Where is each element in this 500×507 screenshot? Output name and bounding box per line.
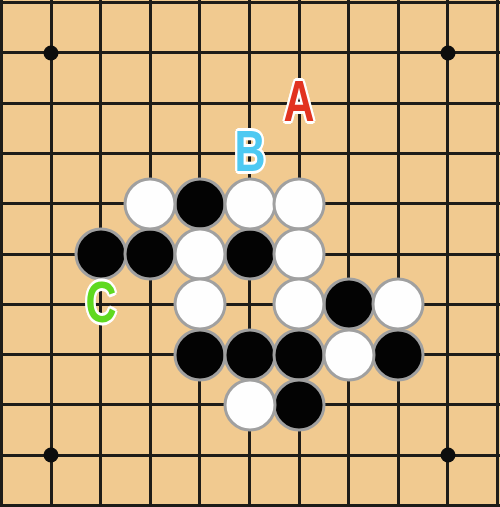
white-stone bbox=[322, 328, 375, 381]
white-stone bbox=[273, 177, 326, 230]
intersection-c7-r2[interactable] bbox=[324, 78, 373, 128]
move-label-b[interactable]: B bbox=[234, 122, 265, 180]
go-board: ABC bbox=[0, 0, 500, 507]
intersection-c7-r0[interactable] bbox=[324, 0, 373, 28]
intersection-c0-r9[interactable] bbox=[0, 430, 26, 480]
intersection-c5-r10[interactable] bbox=[225, 481, 274, 507]
black-stone bbox=[124, 228, 177, 281]
intersection-c1-r9[interactable] bbox=[27, 430, 76, 480]
intersection-c1-r0[interactable] bbox=[27, 0, 76, 28]
intersection-c0-r7[interactable] bbox=[0, 330, 26, 380]
intersection-c2-r4[interactable] bbox=[76, 179, 125, 229]
black-stone bbox=[273, 378, 326, 431]
intersection-c9-r3[interactable] bbox=[423, 128, 472, 178]
intersection-c8-r0[interactable] bbox=[374, 0, 423, 28]
intersection-c0-r2[interactable] bbox=[0, 78, 26, 128]
intersection-c9-r5[interactable] bbox=[423, 229, 472, 279]
intersection-c3-r3[interactable] bbox=[126, 128, 175, 178]
intersection-c7-r4[interactable] bbox=[324, 179, 373, 229]
intersection-c0-r10[interactable] bbox=[0, 481, 26, 507]
intersection-c0-r3[interactable] bbox=[0, 128, 26, 178]
intersection-c2-r2[interactable] bbox=[76, 78, 125, 128]
intersection-c3-r9[interactable] bbox=[126, 430, 175, 480]
intersection-c0-r4[interactable] bbox=[0, 179, 26, 229]
intersection-c3-r6[interactable] bbox=[126, 279, 175, 329]
intersection-c10-r2[interactable] bbox=[473, 78, 500, 128]
intersection-c10-r0[interactable] bbox=[473, 0, 500, 28]
intersection-c8-r3[interactable] bbox=[374, 128, 423, 178]
intersection-c9-r7[interactable] bbox=[423, 330, 472, 380]
intersection-c3-r0[interactable] bbox=[126, 0, 175, 28]
intersection-c7-r8[interactable] bbox=[324, 380, 373, 430]
intersection-c8-r2[interactable] bbox=[374, 78, 423, 128]
intersection-c10-r4[interactable] bbox=[473, 179, 500, 229]
intersection-c8-r5[interactable] bbox=[374, 229, 423, 279]
white-stone bbox=[124, 177, 177, 230]
intersection-c2-r10[interactable] bbox=[76, 481, 125, 507]
black-stone bbox=[223, 328, 276, 381]
white-stone bbox=[223, 177, 276, 230]
intersection-c0-r5[interactable] bbox=[0, 229, 26, 279]
intersection-c10-r9[interactable] bbox=[473, 430, 500, 480]
intersection-c7-r1[interactable] bbox=[324, 28, 373, 78]
intersection-c6-r10[interactable] bbox=[275, 481, 324, 507]
intersection-c0-r1[interactable] bbox=[0, 28, 26, 78]
intersection-c2-r3[interactable] bbox=[76, 128, 125, 178]
intersection-c10-r7[interactable] bbox=[473, 330, 500, 380]
intersection-c2-r9[interactable] bbox=[76, 430, 125, 480]
intersection-c6-r3[interactable] bbox=[275, 128, 324, 178]
intersection-c4-r10[interactable] bbox=[175, 481, 224, 507]
white-stone bbox=[223, 378, 276, 431]
intersection-c5-r9[interactable] bbox=[225, 430, 274, 480]
intersection-c7-r9[interactable] bbox=[324, 430, 373, 480]
intersection-c4-r0[interactable] bbox=[175, 0, 224, 28]
intersection-c1-r2[interactable] bbox=[27, 78, 76, 128]
intersection-c0-r6[interactable] bbox=[0, 279, 26, 329]
intersection-c2-r0[interactable] bbox=[76, 0, 125, 28]
intersection-c4-r8[interactable] bbox=[175, 380, 224, 430]
intersection-c8-r10[interactable] bbox=[374, 481, 423, 507]
intersection-c9-r9[interactable] bbox=[423, 430, 472, 480]
intersection-c7-r5[interactable] bbox=[324, 229, 373, 279]
intersection-c6-r9[interactable] bbox=[275, 430, 324, 480]
intersection-c4-r9[interactable] bbox=[175, 430, 224, 480]
intersection-c3-r7[interactable] bbox=[126, 330, 175, 380]
black-stone bbox=[173, 177, 226, 230]
intersection-c9-r8[interactable] bbox=[423, 380, 472, 430]
intersection-c1-r5[interactable] bbox=[27, 229, 76, 279]
intersection-c4-r2[interactable] bbox=[175, 78, 224, 128]
intersection-c10-r5[interactable] bbox=[473, 229, 500, 279]
intersection-c9-r1[interactable] bbox=[423, 28, 472, 78]
intersection-c9-r4[interactable] bbox=[423, 179, 472, 229]
intersection-c3-r1[interactable] bbox=[126, 28, 175, 78]
white-stone bbox=[372, 278, 425, 331]
intersection-c3-r10[interactable] bbox=[126, 481, 175, 507]
intersection-c10-r1[interactable] bbox=[473, 28, 500, 78]
white-stone bbox=[173, 228, 226, 281]
intersection-c1-r1[interactable] bbox=[27, 28, 76, 78]
intersection-c6-r0[interactable] bbox=[275, 0, 324, 28]
intersection-c10-r6[interactable] bbox=[473, 279, 500, 329]
intersection-c9-r2[interactable] bbox=[423, 78, 472, 128]
intersection-c0-r8[interactable] bbox=[0, 380, 26, 430]
black-stone bbox=[322, 278, 375, 331]
intersection-c3-r8[interactable] bbox=[126, 380, 175, 430]
intersection-c5-r0[interactable] bbox=[225, 0, 274, 28]
intersection-c9-r6[interactable] bbox=[423, 279, 472, 329]
white-stone bbox=[173, 278, 226, 331]
black-stone bbox=[273, 328, 326, 381]
black-stone bbox=[173, 328, 226, 381]
intersection-c4-r3[interactable] bbox=[175, 128, 224, 178]
move-label-a[interactable]: A bbox=[284, 72, 315, 130]
intersection-c9-r10[interactable] bbox=[423, 481, 472, 507]
white-stone bbox=[273, 228, 326, 281]
intersection-c3-r2[interactable] bbox=[126, 78, 175, 128]
intersection-c5-r1[interactable] bbox=[225, 28, 274, 78]
black-stone bbox=[223, 228, 276, 281]
intersection-c8-r9[interactable] bbox=[374, 430, 423, 480]
intersection-c1-r8[interactable] bbox=[27, 380, 76, 430]
intersection-c9-r0[interactable] bbox=[423, 0, 472, 28]
intersection-c1-r4[interactable] bbox=[27, 179, 76, 229]
intersection-c1-r10[interactable] bbox=[27, 481, 76, 507]
intersection-c2-r1[interactable] bbox=[76, 28, 125, 78]
intersection-c1-r6[interactable] bbox=[27, 279, 76, 329]
intersection-c2-r7[interactable] bbox=[76, 330, 125, 380]
intersection-c8-r4[interactable] bbox=[374, 179, 423, 229]
intersection-c1-r7[interactable] bbox=[27, 330, 76, 380]
intersection-c7-r10[interactable] bbox=[324, 481, 373, 507]
white-stone bbox=[273, 278, 326, 331]
intersection-c2-r8[interactable] bbox=[76, 380, 125, 430]
move-label-c[interactable]: C bbox=[85, 273, 116, 331]
black-stone bbox=[372, 328, 425, 381]
intersection-c8-r8[interactable] bbox=[374, 380, 423, 430]
intersection-c5-r6[interactable] bbox=[225, 279, 274, 329]
intersection-c10-r10[interactable] bbox=[473, 481, 500, 507]
intersection-c10-r3[interactable] bbox=[473, 128, 500, 178]
intersection-c8-r1[interactable] bbox=[374, 28, 423, 78]
intersection-c7-r3[interactable] bbox=[324, 128, 373, 178]
intersection-c0-r0[interactable] bbox=[0, 0, 26, 28]
intersection-c4-r1[interactable] bbox=[175, 28, 224, 78]
intersection-c1-r3[interactable] bbox=[27, 128, 76, 178]
intersection-c10-r8[interactable] bbox=[473, 380, 500, 430]
